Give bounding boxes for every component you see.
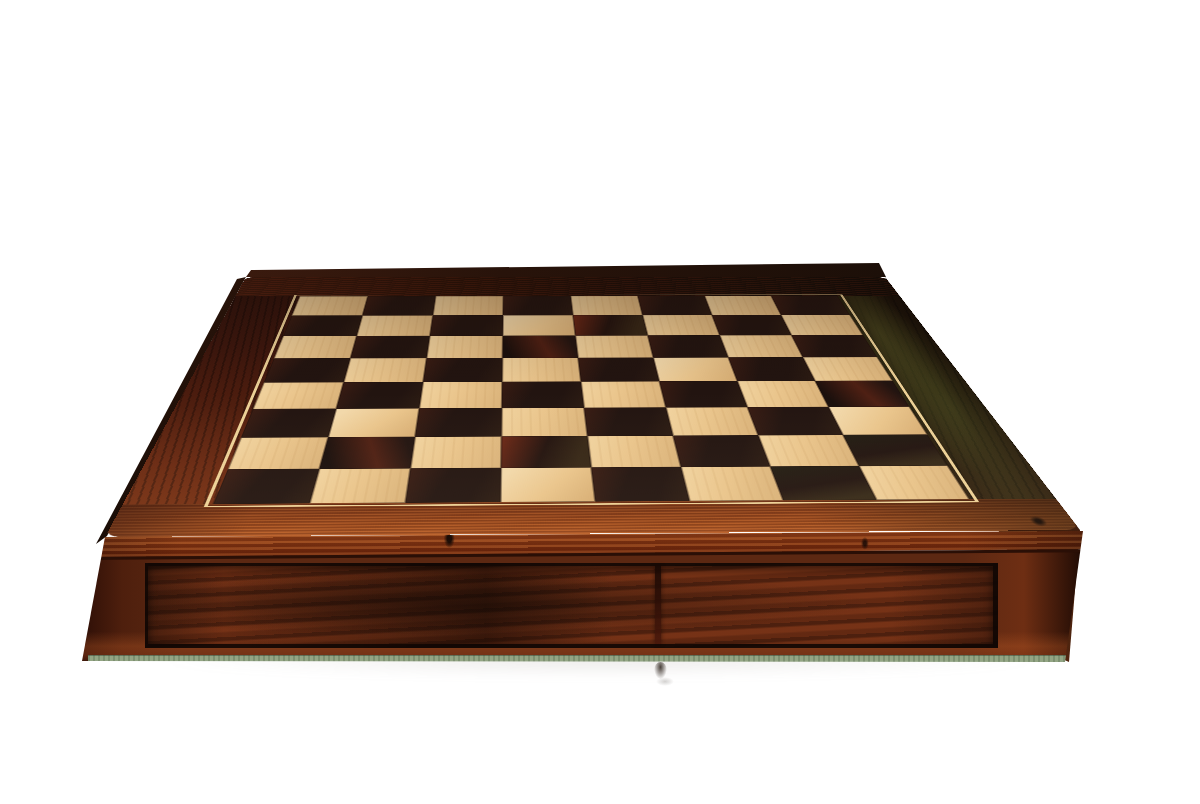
square-a1 <box>213 469 319 504</box>
square-g4 <box>737 381 828 407</box>
square-g8 <box>705 296 781 315</box>
wood-knot <box>861 537 869 550</box>
square-b4 <box>336 382 423 408</box>
square-b5 <box>344 358 427 382</box>
box-back-edge <box>246 263 886 278</box>
square-f5 <box>653 357 737 381</box>
chess-board <box>105 277 1080 537</box>
square-b8 <box>362 296 435 315</box>
square-h7 <box>781 315 863 335</box>
square-c4 <box>419 382 502 408</box>
square-e5 <box>578 357 659 381</box>
product-photo-scene <box>0 0 1200 804</box>
square-f3 <box>666 407 758 436</box>
shadow-smudge <box>656 677 674 686</box>
square-b6 <box>350 336 429 358</box>
box-front <box>82 529 1084 663</box>
square-e3 <box>584 407 673 436</box>
square-g7 <box>712 315 792 335</box>
square-c5 <box>423 358 502 382</box>
square-b2 <box>319 437 415 469</box>
square-f2 <box>673 435 770 466</box>
square-d1 <box>501 467 596 502</box>
square-h8 <box>771 296 850 315</box>
square-a7 <box>283 315 362 336</box>
square-f6 <box>648 335 728 357</box>
square-b3 <box>328 408 419 437</box>
square-e1 <box>591 467 689 502</box>
drawer-grain-seam <box>655 566 661 644</box>
square-g5 <box>728 357 815 381</box>
square-a3 <box>241 409 336 438</box>
square-h3 <box>828 406 927 434</box>
square-e2 <box>587 436 680 468</box>
square-a5 <box>264 358 351 382</box>
square-e6 <box>575 335 653 357</box>
chess-board-squares <box>213 296 969 504</box>
square-d4 <box>502 382 584 408</box>
square-a6 <box>274 336 357 358</box>
square-c1 <box>405 468 501 503</box>
square-g6 <box>720 335 803 357</box>
square-g3 <box>747 407 843 436</box>
square-e4 <box>581 381 666 407</box>
square-c8 <box>433 296 503 315</box>
square-a4 <box>253 382 344 409</box>
square-f4 <box>659 381 747 407</box>
square-g2 <box>758 435 859 466</box>
square-f8 <box>638 296 712 315</box>
square-b1 <box>310 468 411 503</box>
square-h4 <box>815 381 909 407</box>
square-d6 <box>502 336 578 358</box>
square-c2 <box>410 436 501 468</box>
square-e8 <box>571 296 643 315</box>
square-a8 <box>292 296 368 315</box>
square-d7 <box>503 315 576 336</box>
square-c7 <box>430 315 503 336</box>
square-f1 <box>681 466 783 501</box>
square-b7 <box>357 315 433 336</box>
square-d2 <box>501 436 591 468</box>
drawer-front <box>145 563 998 648</box>
square-f7 <box>643 315 720 335</box>
square-h6 <box>791 335 877 357</box>
square-e7 <box>573 315 648 335</box>
square-d8 <box>503 296 573 315</box>
square-d3 <box>501 408 587 437</box>
board-frame-back <box>235 277 899 296</box>
square-c6 <box>427 336 503 358</box>
square-d5 <box>502 358 581 382</box>
square-a2 <box>228 437 328 469</box>
square-g1 <box>770 466 876 501</box>
square-c3 <box>415 408 502 437</box>
square-h5 <box>803 357 893 381</box>
